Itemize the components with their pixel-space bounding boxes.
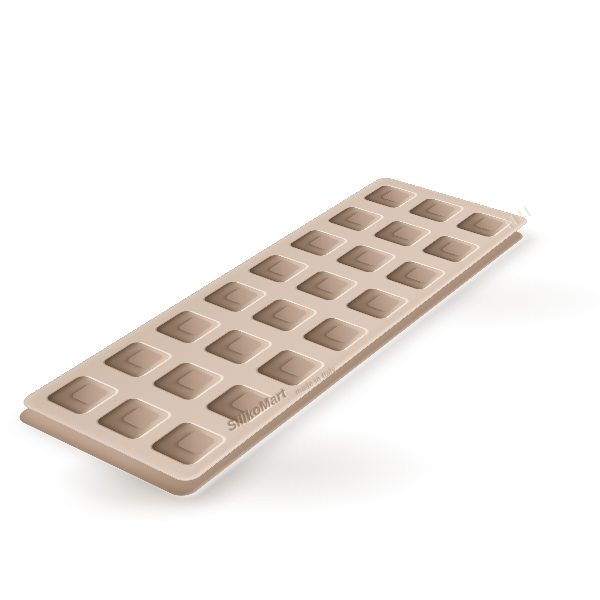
ground-reflection [0,0,600,600]
product-photo-stage: SilikoMart made in Italy [0,0,600,600]
